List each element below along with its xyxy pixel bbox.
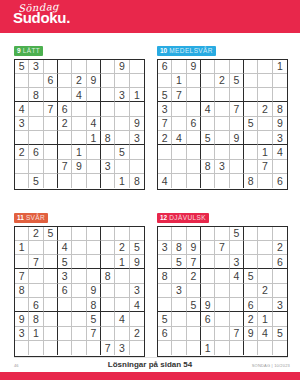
sudoku-cell-empty: [15, 255, 29, 269]
sudoku-cell-empty: [230, 241, 244, 255]
sudoku-cell-empty: [101, 284, 115, 298]
sudoku-cell-given: 2: [258, 284, 272, 298]
sudoku-cell-empty: [130, 102, 144, 116]
sudoku-cell-given: 8: [172, 241, 186, 255]
sudoku-cell-empty: [15, 298, 29, 312]
sudoku-cell-empty: [15, 341, 29, 355]
sudoku-cell-empty: [87, 145, 101, 159]
sudoku-cell-empty: [230, 145, 244, 159]
sudoku-cell-given: 3: [273, 131, 287, 145]
sudoku-grid-12: 538972573682453259635621679451: [157, 226, 288, 357]
sudoku-cell-empty: [115, 74, 129, 88]
sudoku-cell-empty: [215, 341, 229, 355]
footer-divider: [14, 357, 288, 358]
sudoku-cell-empty: [130, 341, 144, 355]
sudoku-cell-empty: [58, 131, 72, 145]
sudoku-cell-empty: [101, 145, 115, 159]
sudoku-cell-given: 4: [130, 298, 144, 312]
difficulty-badge-11: 11 SVÅR: [14, 213, 48, 223]
sudoku-cell-given: 8: [158, 269, 172, 283]
sudoku-cell-empty: [130, 160, 144, 174]
sudoku-cell-given: 1: [201, 341, 215, 355]
sudoku-cell-empty: [172, 102, 186, 116]
sudoku-cell-given: 9: [273, 117, 287, 131]
sudoku-cell-empty: [29, 102, 43, 116]
sudoku-cell-given: 6: [58, 284, 72, 298]
sudoku-cell-given: 2: [58, 117, 72, 131]
sudoku-cell-empty: [230, 117, 244, 131]
sudoku-cell-empty: [158, 255, 172, 269]
difficulty-badge-12: 12 DJÄVULSK: [157, 213, 209, 223]
sudoku-cell-empty: [215, 131, 229, 145]
sudoku-cell-given: 1: [273, 60, 287, 74]
sudoku-cell-given: 2: [187, 269, 201, 283]
sudoku-cell-given: 9: [201, 298, 215, 312]
sudoku-cell-given: 8: [101, 269, 115, 283]
sudoku-cell-empty: [244, 102, 258, 116]
sudoku-cell-given: 9: [187, 60, 201, 74]
sudoku-cell-empty: [215, 327, 229, 341]
sudoku-cell-given: 5: [244, 117, 258, 131]
sudoku-cell-empty: [215, 255, 229, 269]
sudoku-cell-empty: [101, 74, 115, 88]
sudoku-cell-given: 7: [215, 241, 229, 255]
sudoku-cell-empty: [201, 227, 215, 241]
sudoku-cell-empty: [215, 145, 229, 159]
sudoku-cell-empty: [172, 327, 186, 341]
sudoku-cell-given: 5: [130, 241, 144, 255]
sudoku-cell-given: 1: [15, 241, 29, 255]
sudoku-cell-empty: [230, 174, 244, 188]
sudoku-cell-empty: [44, 117, 58, 131]
sudoku-cell-given: 2: [130, 327, 144, 341]
puzzle-11-hard: 11 SVÅR 251425751973886936849854317273: [14, 206, 145, 357]
sudoku-cell-empty: [29, 160, 43, 174]
sudoku-cell-given: 9: [87, 74, 101, 88]
sudoku-cell-given: 5: [187, 298, 201, 312]
sudoku-cell-empty: [201, 241, 215, 255]
sudoku-cell-empty: [187, 145, 201, 159]
sudoku-cell-empty: [187, 74, 201, 88]
sudoku-cell-empty: [244, 88, 258, 102]
sudoku-grid-9: 539629843147632491832615793518: [14, 59, 145, 190]
sudoku-cell-given: 7: [15, 269, 29, 283]
sudoku-cell-given: 7: [44, 102, 58, 116]
sudoku-cell-given: 7: [29, 255, 43, 269]
sudoku-cell-given: 4: [158, 174, 172, 188]
sudoku-cell-given: 8: [201, 160, 215, 174]
sudoku-cell-given: 9: [72, 160, 86, 174]
sudoku-cell-empty: [130, 145, 144, 159]
sudoku-cell-empty: [58, 74, 72, 88]
sudoku-cell-empty: [258, 88, 272, 102]
sudoku-cell-empty: [101, 241, 115, 255]
sudoku-cell-given: 5: [58, 255, 72, 269]
sudoku-cell-empty: [44, 269, 58, 283]
sudoku-cell-empty: [201, 327, 215, 341]
sudoku-cell-empty: [72, 102, 86, 116]
sudoku-cell-empty: [215, 312, 229, 326]
sudoku-cell-given: 5: [29, 174, 43, 188]
sudoku-cell-given: 5: [158, 312, 172, 326]
sudoku-cell-empty: [72, 269, 86, 283]
sudoku-cell-empty: [201, 74, 215, 88]
sudoku-cell-empty: [72, 117, 86, 131]
sudoku-cell-empty: [258, 255, 272, 269]
sudoku-cell-empty: [172, 341, 186, 355]
sudoku-cell-empty: [172, 145, 186, 159]
sudoku-cell-empty: [273, 160, 287, 174]
sudoku-cell-empty: [72, 131, 86, 145]
sudoku-cell-empty: [187, 88, 201, 102]
sudoku-cell-empty: [87, 269, 101, 283]
sudoku-cell-given: 5: [87, 312, 101, 326]
sudoku-cell-empty: [115, 160, 129, 174]
sudoku-cell-empty: [258, 241, 272, 255]
sudoku-cell-empty: [58, 341, 72, 355]
sudoku-cell-empty: [29, 117, 43, 131]
sudoku-cell-given: 7: [58, 160, 72, 174]
sudoku-cell-given: 1: [115, 174, 129, 188]
sudoku-cell-empty: [244, 74, 258, 88]
sudoku-cell-given: 4: [230, 269, 244, 283]
sudoku-cell-empty: [273, 341, 287, 355]
sudoku-cell-given: 9: [115, 60, 129, 74]
sudoku-cell-empty: [158, 341, 172, 355]
sudoku-cell-given: 7: [158, 117, 172, 131]
sudoku-cell-given: 3: [101, 160, 115, 174]
sudoku-grid-11: 251425751973886936849854317273: [14, 226, 145, 357]
sudoku-cell-empty: [215, 117, 229, 131]
sudoku-cell-empty: [87, 241, 101, 255]
sudoku-cell-given: 1: [29, 327, 43, 341]
sudoku-cell-empty: [230, 60, 244, 74]
sudoku-cell-empty: [29, 341, 43, 355]
sudoku-cell-empty: [244, 131, 258, 145]
page-number: 46: [14, 363, 18, 368]
sudoku-cell-given: 9: [87, 284, 101, 298]
sudoku-cell-given: 6: [187, 117, 201, 131]
sudoku-cell-empty: [29, 269, 43, 283]
sudoku-cell-empty: [101, 298, 115, 312]
sudoku-cell-empty: [187, 341, 201, 355]
newspaper-sudoku-page: Söndag Sudoku. 9 LÄTT 539629843147632491…: [0, 0, 300, 380]
sudoku-cell-empty: [230, 341, 244, 355]
sudoku-cell-empty: [115, 117, 129, 131]
sudoku-cell-empty: [258, 341, 272, 355]
sudoku-cell-given: 4: [58, 241, 72, 255]
sudoku-cell-given: 1: [258, 145, 272, 159]
sudoku-cell-empty: [44, 255, 58, 269]
sudoku-cell-empty: [58, 88, 72, 102]
sudoku-cell-empty: [87, 102, 101, 116]
sudoku-cell-given: 3: [130, 131, 144, 145]
sudoku-cell-empty: [258, 298, 272, 312]
sudoku-cell-empty: [29, 74, 43, 88]
sudoku-cell-empty: [158, 227, 172, 241]
sudoku-cell-given: 9: [187, 241, 201, 255]
sudoku-cell-given: 8: [15, 284, 29, 298]
sudoku-cell-empty: [72, 327, 86, 341]
sudoku-cell-given: 6: [44, 74, 58, 88]
sudoku-cell-empty: [58, 312, 72, 326]
sudoku-cell-given: 3: [158, 241, 172, 255]
sudoku-cell-given: 5: [201, 131, 215, 145]
sudoku-cell-empty: [72, 174, 86, 188]
sudoku-cell-empty: [187, 227, 201, 241]
sudoku-cell-given: 3: [273, 298, 287, 312]
sudoku-cell-given: 3: [158, 102, 172, 116]
sudoku-cell-empty: [87, 174, 101, 188]
sudoku-cell-empty: [258, 117, 272, 131]
sudoku-cell-given: 3: [58, 269, 72, 283]
sudoku-cell-given: 8: [101, 131, 115, 145]
difficulty-badge-10: 10 MEDELSVÅR: [157, 46, 216, 56]
sudoku-cell-given: 3: [29, 60, 43, 74]
sudoku-cell-empty: [244, 227, 258, 241]
sudoku-cell-empty: [44, 241, 58, 255]
sudoku-cell-empty: [130, 227, 144, 241]
sudoku-cell-given: 8: [244, 174, 258, 188]
sudoku-cell-given: 6: [273, 255, 287, 269]
sudoku-cell-empty: [44, 60, 58, 74]
sudoku-cell-empty: [172, 227, 186, 241]
masthead-title: Sudoku.: [13, 9, 70, 26]
sudoku-cell-empty: [72, 341, 86, 355]
sudoku-cell-empty: [215, 298, 229, 312]
badge-number: 9: [17, 47, 21, 54]
sudoku-cell-given: 5: [230, 74, 244, 88]
sudoku-cell-given: 2: [72, 74, 86, 88]
sudoku-cell-empty: [44, 327, 58, 341]
sudoku-cell-empty: [258, 60, 272, 74]
sudoku-cell-empty: [58, 298, 72, 312]
sudoku-cell-empty: [115, 269, 129, 283]
sudoku-cell-given: 3: [15, 117, 29, 131]
sudoku-cell-empty: [29, 131, 43, 145]
sudoku-cell-empty: [44, 145, 58, 159]
sudoku-cell-given: 7: [230, 327, 244, 341]
sudoku-cell-given: 5: [230, 227, 244, 241]
sudoku-cell-given: 6: [201, 312, 215, 326]
sudoku-cell-given: 3: [172, 284, 186, 298]
sudoku-cell-empty: [58, 227, 72, 241]
sudoku-cell-empty: [215, 102, 229, 116]
bottom-red-bar: [0, 372, 300, 380]
sudoku-cell-empty: [244, 341, 258, 355]
sudoku-cell-given: 6: [29, 145, 43, 159]
sudoku-cell-empty: [87, 255, 101, 269]
sudoku-cell-given: 4: [87, 117, 101, 131]
sudoku-cell-given: 3: [215, 160, 229, 174]
sudoku-cell-empty: [44, 312, 58, 326]
sudoku-cell-empty: [158, 298, 172, 312]
sudoku-cell-given: 7: [230, 102, 244, 116]
sudoku-cell-given: 4: [15, 102, 29, 116]
sudoku-cell-empty: [130, 269, 144, 283]
sudoku-cell-empty: [273, 284, 287, 298]
sudoku-cell-empty: [130, 312, 144, 326]
sudoku-cell-empty: [44, 131, 58, 145]
sudoku-cell-empty: [187, 327, 201, 341]
sudoku-cell-given: 2: [115, 241, 129, 255]
sudoku-cell-empty: [244, 60, 258, 74]
sudoku-cell-empty: [273, 74, 287, 88]
sudoku-cell-empty: [215, 88, 229, 102]
badge-label: MEDELSVÅR: [169, 47, 213, 54]
sudoku-cell-empty: [87, 341, 101, 355]
sudoku-cell-empty: [244, 284, 258, 298]
sudoku-cell-empty: [115, 298, 129, 312]
sudoku-cell-empty: [244, 255, 258, 269]
sudoku-cell-empty: [58, 327, 72, 341]
sudoku-cell-empty: [15, 131, 29, 145]
sudoku-cell-empty: [72, 298, 86, 312]
sudoku-cell-empty: [158, 74, 172, 88]
sudoku-cell-empty: [187, 284, 201, 298]
sudoku-cell-given: 3: [115, 88, 129, 102]
sudoku-cell-empty: [115, 131, 129, 145]
sudoku-cell-given: 3: [230, 255, 244, 269]
sudoku-cell-given: 1: [72, 145, 86, 159]
sudoku-cell-given: 5: [44, 227, 58, 241]
sudoku-cell-empty: [230, 88, 244, 102]
sudoku-cell-empty: [187, 102, 201, 116]
sudoku-cell-given: 8: [130, 174, 144, 188]
puzzle-12-devilish: 12 DJÄVULSK 5389725736824532596356216794…: [157, 206, 288, 357]
sudoku-cell-empty: [44, 174, 58, 188]
sudoku-cell-given: 4: [72, 88, 86, 102]
sudoku-cell-empty: [101, 227, 115, 241]
sudoku-cell-empty: [258, 174, 272, 188]
sudoku-cell-empty: [15, 74, 29, 88]
sudoku-cell-empty: [44, 284, 58, 298]
sudoku-cell-empty: [187, 174, 201, 188]
sudoku-cell-given: 9: [244, 327, 258, 341]
sudoku-cell-given: 4: [273, 145, 287, 159]
sudoku-cell-empty: [58, 174, 72, 188]
sudoku-cell-given: 6: [58, 102, 72, 116]
sudoku-cell-empty: [201, 117, 215, 131]
sudoku-grid-10: 691125573472876592459314837486: [157, 59, 288, 190]
sudoku-cell-given: 4: [258, 327, 272, 341]
badge-label: SVÅR: [26, 214, 45, 221]
sudoku-cell-given: 2: [158, 131, 172, 145]
sudoku-cell-empty: [273, 88, 287, 102]
sudoku-cell-given: 2: [29, 227, 43, 241]
sudoku-cell-given: 9: [230, 131, 244, 145]
sudoku-cell-empty: [101, 327, 115, 341]
sudoku-cell-given: 8: [29, 312, 43, 326]
sudoku-cell-given: 9: [130, 117, 144, 131]
sudoku-cell-given: 3: [115, 341, 129, 355]
sudoku-cell-empty: [201, 255, 215, 269]
sudoku-cell-empty: [172, 60, 186, 74]
sudoku-cell-empty: [130, 60, 144, 74]
sudoku-cell-empty: [87, 160, 101, 174]
sudoku-cell-empty: [172, 160, 186, 174]
sudoku-cell-empty: [258, 131, 272, 145]
sudoku-cell-given: 1: [115, 255, 129, 269]
sudoku-cell-empty: [101, 312, 115, 326]
sudoku-cell-given: 9: [130, 255, 144, 269]
issue-info: SÖNDAG | 10/2023: [252, 363, 290, 368]
sudoku-cell-given: 4: [172, 131, 186, 145]
sudoku-cell-empty: [187, 160, 201, 174]
sudoku-cell-empty: [130, 74, 144, 88]
sudoku-cell-empty: [101, 60, 115, 74]
sudoku-cell-given: 5: [15, 60, 29, 74]
sudoku-cell-empty: [101, 102, 115, 116]
sudoku-cell-empty: [44, 160, 58, 174]
sudoku-cell-empty: [58, 60, 72, 74]
sudoku-cell-given: 5: [115, 145, 129, 159]
sudoku-cell-given: 1: [130, 88, 144, 102]
sudoku-cell-empty: [273, 312, 287, 326]
badge-number: 11: [17, 214, 24, 221]
sudoku-cell-empty: [244, 241, 258, 255]
sudoku-cell-empty: [172, 117, 186, 131]
sudoku-cell-empty: [15, 227, 29, 241]
sudoku-cell-empty: [201, 284, 215, 298]
sudoku-cell-empty: [87, 227, 101, 241]
sudoku-cell-given: 6: [273, 174, 287, 188]
badge-label: LÄTT: [23, 47, 41, 54]
difficulty-badge-9: 9 LÄTT: [14, 46, 43, 56]
sudoku-cell-given: 7: [172, 88, 186, 102]
sudoku-cell-empty: [15, 160, 29, 174]
sudoku-cell-empty: [273, 227, 287, 241]
sudoku-cell-empty: [172, 298, 186, 312]
sudoku-cell-empty: [201, 174, 215, 188]
sudoku-cell-empty: [72, 227, 86, 241]
sudoku-cell-empty: [244, 160, 258, 174]
sudoku-cell-empty: [172, 312, 186, 326]
sudoku-cell-given: 2: [15, 145, 29, 159]
sudoku-cell-empty: [230, 160, 244, 174]
sudoku-cell-empty: [58, 145, 72, 159]
sudoku-cell-empty: [258, 227, 272, 241]
sudoku-cell-empty: [115, 284, 129, 298]
sudoku-cell-given: 1: [87, 131, 101, 145]
sudoku-cell-given: 9: [15, 312, 29, 326]
sudoku-cell-given: 5: [158, 88, 172, 102]
sudoku-cell-empty: [87, 60, 101, 74]
badge-number: 12: [160, 214, 167, 221]
masthead-banner: Söndag Sudoku.: [0, 0, 300, 33]
sudoku-cell-empty: [72, 255, 86, 269]
sudoku-cell-given: 5: [244, 269, 258, 283]
sudoku-cell-empty: [101, 117, 115, 131]
puzzle-9-easy: 9 LÄTT 539629843147632491832615793518: [14, 39, 145, 190]
sudoku-cell-empty: [215, 227, 229, 241]
sudoku-cell-given: 7: [87, 327, 101, 341]
puzzle-10-medium: 10 MEDELSVÅR 691125573472876592459314837…: [157, 39, 288, 190]
sudoku-cell-empty: [101, 255, 115, 269]
sudoku-cell-empty: [29, 241, 43, 255]
sudoku-cell-empty: [158, 160, 172, 174]
sudoku-cell-given: 8: [273, 102, 287, 116]
sudoku-cell-empty: [87, 88, 101, 102]
sudoku-cell-empty: [244, 145, 258, 159]
sudoku-cell-given: 6: [244, 298, 258, 312]
sudoku-cell-empty: [115, 102, 129, 116]
badge-label: DJÄVULSK: [169, 214, 206, 221]
sudoku-cell-empty: [201, 60, 215, 74]
sudoku-cell-empty: [201, 88, 215, 102]
sudoku-cell-empty: [215, 174, 229, 188]
badge-number: 10: [160, 47, 167, 54]
